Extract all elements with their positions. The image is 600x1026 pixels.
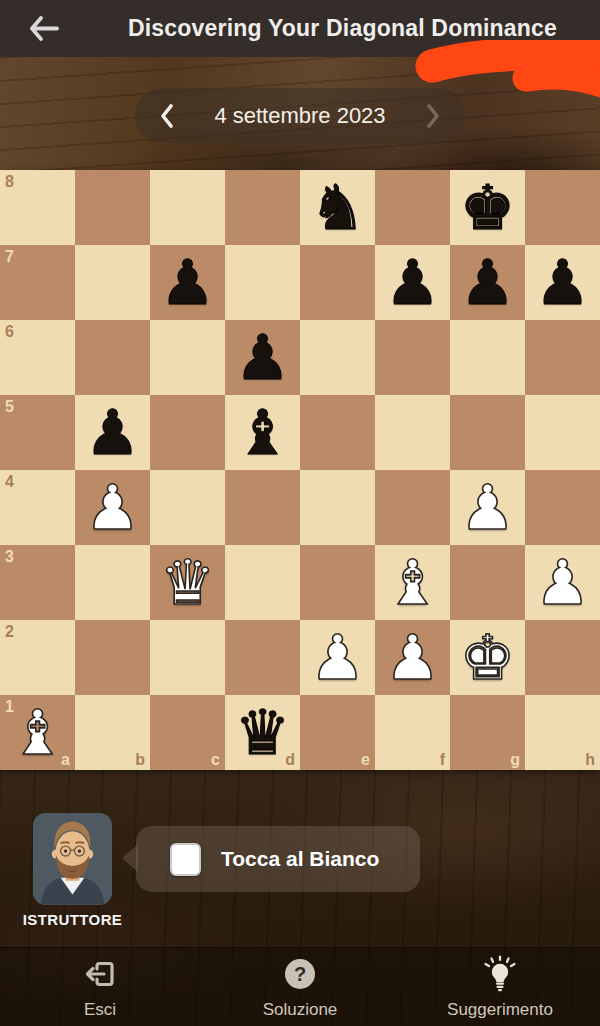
instructor-portrait [33,813,112,905]
piece-black-queen[interactable]: ♛ [225,695,300,770]
square-h2[interactable] [525,620,600,695]
square-b7[interactable] [75,245,150,320]
square-g8[interactable]: ♚ [450,170,525,245]
rank-label-3: 3 [5,548,14,566]
square-g7[interactable]: ♟ [450,245,525,320]
piece-black-pawn[interactable]: ♟ [375,245,450,320]
instructor-label: ISTRUTTORE [0,911,145,928]
square-a8[interactable]: 8 [0,170,75,245]
square-d4[interactable] [225,470,300,545]
square-b8[interactable] [75,170,150,245]
square-e6[interactable] [300,320,375,395]
square-d2[interactable] [225,620,300,695]
prev-day-button[interactable] [159,103,175,129]
square-d6[interactable]: ♟ [225,320,300,395]
square-a1[interactable]: 1a♝ [0,695,75,770]
piece-black-bishop[interactable]: ♝ [225,395,300,470]
hint-label: Suggerimento [447,1000,553,1020]
square-f3[interactable]: ♝ [375,545,450,620]
square-c7[interactable]: ♟ [150,245,225,320]
square-b6[interactable] [75,320,150,395]
square-f7[interactable]: ♟ [375,245,450,320]
square-c2[interactable] [150,620,225,695]
square-f8[interactable] [375,170,450,245]
piece-black-knight[interactable]: ♞ [300,170,375,245]
square-e5[interactable] [300,395,375,470]
square-c8[interactable] [150,170,225,245]
file-label-b: b [135,751,145,769]
next-day-button[interactable] [425,103,441,129]
chevron-right-icon [425,103,441,129]
square-h1[interactable]: h [525,695,600,770]
square-h6[interactable] [525,320,600,395]
square-a4[interactable]: 4 [0,470,75,545]
square-c3[interactable]: ♛ [150,545,225,620]
chevron-left-icon [159,103,175,129]
square-f6[interactable] [375,320,450,395]
file-label-h: h [585,751,595,769]
piece-black-pawn[interactable]: ♟ [75,395,150,470]
square-a7[interactable]: 7 [0,245,75,320]
piece-white-pawn[interactable]: ♟ [375,620,450,695]
square-a3[interactable]: 3 [0,545,75,620]
square-a5[interactable]: 5 [0,395,75,470]
exit-icon [82,958,118,990]
file-label-g: g [510,751,520,769]
square-f1[interactable]: f [375,695,450,770]
square-f2[interactable]: ♟ [375,620,450,695]
white-to-move-checkbox[interactable] [170,843,201,876]
rank-label-2: 2 [5,623,14,641]
arrow-left-icon [28,15,60,42]
square-f5[interactable] [375,395,450,470]
square-c4[interactable] [150,470,225,545]
square-b2[interactable] [75,620,150,695]
redaction-scribble [408,40,600,100]
exit-button[interactable]: Esci [0,948,200,1026]
square-g5[interactable] [450,395,525,470]
instructor-avatar [33,813,112,905]
back-button[interactable] [0,15,85,42]
square-h7[interactable]: ♟ [525,245,600,320]
square-g4[interactable]: ♟ [450,470,525,545]
square-b4[interactable]: ♟ [75,470,150,545]
page-title: Discovering Your Diagonal Dominance [85,15,600,42]
square-c5[interactable] [150,395,225,470]
square-e3[interactable] [300,545,375,620]
date-label: 4 settembre 2023 [214,103,385,129]
square-h8[interactable] [525,170,600,245]
question-glyph: ? [294,963,306,986]
app-root: Discovering Your Diagonal Dominance 4 se… [0,0,600,1026]
square-d1[interactable]: d♛ [225,695,300,770]
piece-black-pawn[interactable]: ♟ [225,320,300,395]
square-d8[interactable] [225,170,300,245]
square-c6[interactable] [150,320,225,395]
square-e4[interactable] [300,470,375,545]
piece-white-pawn[interactable]: ♟ [525,545,600,620]
rank-label-8: 8 [5,173,14,191]
file-label-e: e [361,751,370,769]
piece-black-pawn[interactable]: ♟ [450,245,525,320]
piece-white-queen[interactable]: ♛ [150,545,225,620]
square-e1[interactable]: e [300,695,375,770]
square-b5[interactable]: ♟ [75,395,150,470]
square-e8[interactable]: ♞ [300,170,375,245]
turn-message: Tocca al Bianco [221,847,379,871]
square-g6[interactable] [450,320,525,395]
chess-board: 8♞♚7♟♟♟♟6♟5♟♝4♟♟3♛♝♟2♟♟♚1a♝bcd♛efgh [0,170,600,770]
square-h5[interactable] [525,395,600,470]
solution-label: Soluzione [263,1000,338,1020]
piece-black-pawn[interactable]: ♟ [525,245,600,320]
square-d5[interactable]: ♝ [225,395,300,470]
file-label-c: c [211,751,220,769]
square-h4[interactable] [525,470,600,545]
square-e7[interactable] [300,245,375,320]
rank-label-4: 4 [5,473,14,491]
piece-black-king[interactable]: ♚ [450,170,525,245]
piece-white-king[interactable]: ♚ [450,620,525,695]
square-g3[interactable] [450,545,525,620]
piece-white-bishop[interactable]: ♝ [0,695,75,770]
rank-label-6: 6 [5,323,14,341]
speech-bubble: Tocca al Bianco [136,826,420,892]
rank-label-5: 5 [5,398,14,416]
square-a2[interactable]: 2 [0,620,75,695]
square-b1[interactable]: b [75,695,150,770]
square-b3[interactable] [75,545,150,620]
piece-black-pawn[interactable]: ♟ [150,245,225,320]
square-d3[interactable] [225,545,300,620]
piece-white-pawn[interactable]: ♟ [450,470,525,545]
rank-label-7: 7 [5,248,14,266]
bottom-toolbar: Esci ? Soluzione [0,947,600,1026]
solution-button[interactable]: ? Soluzione [200,948,400,1026]
piece-white-pawn[interactable]: ♟ [300,620,375,695]
square-f4[interactable] [375,470,450,545]
square-h3[interactable]: ♟ [525,545,600,620]
lightbulb-icon [482,955,518,993]
piece-white-pawn[interactable]: ♟ [75,470,150,545]
square-c1[interactable]: c [150,695,225,770]
file-label-f: f [440,751,445,769]
question-icon: ? [285,959,315,989]
square-g1[interactable]: g [450,695,525,770]
piece-white-bishop[interactable]: ♝ [375,545,450,620]
square-g2[interactable]: ♚ [450,620,525,695]
square-d7[interactable] [225,245,300,320]
hint-button[interactable]: Suggerimento [400,948,600,1026]
square-a6[interactable]: 6 [0,320,75,395]
exit-label: Esci [84,1000,116,1020]
square-e2[interactable]: ♟ [300,620,375,695]
